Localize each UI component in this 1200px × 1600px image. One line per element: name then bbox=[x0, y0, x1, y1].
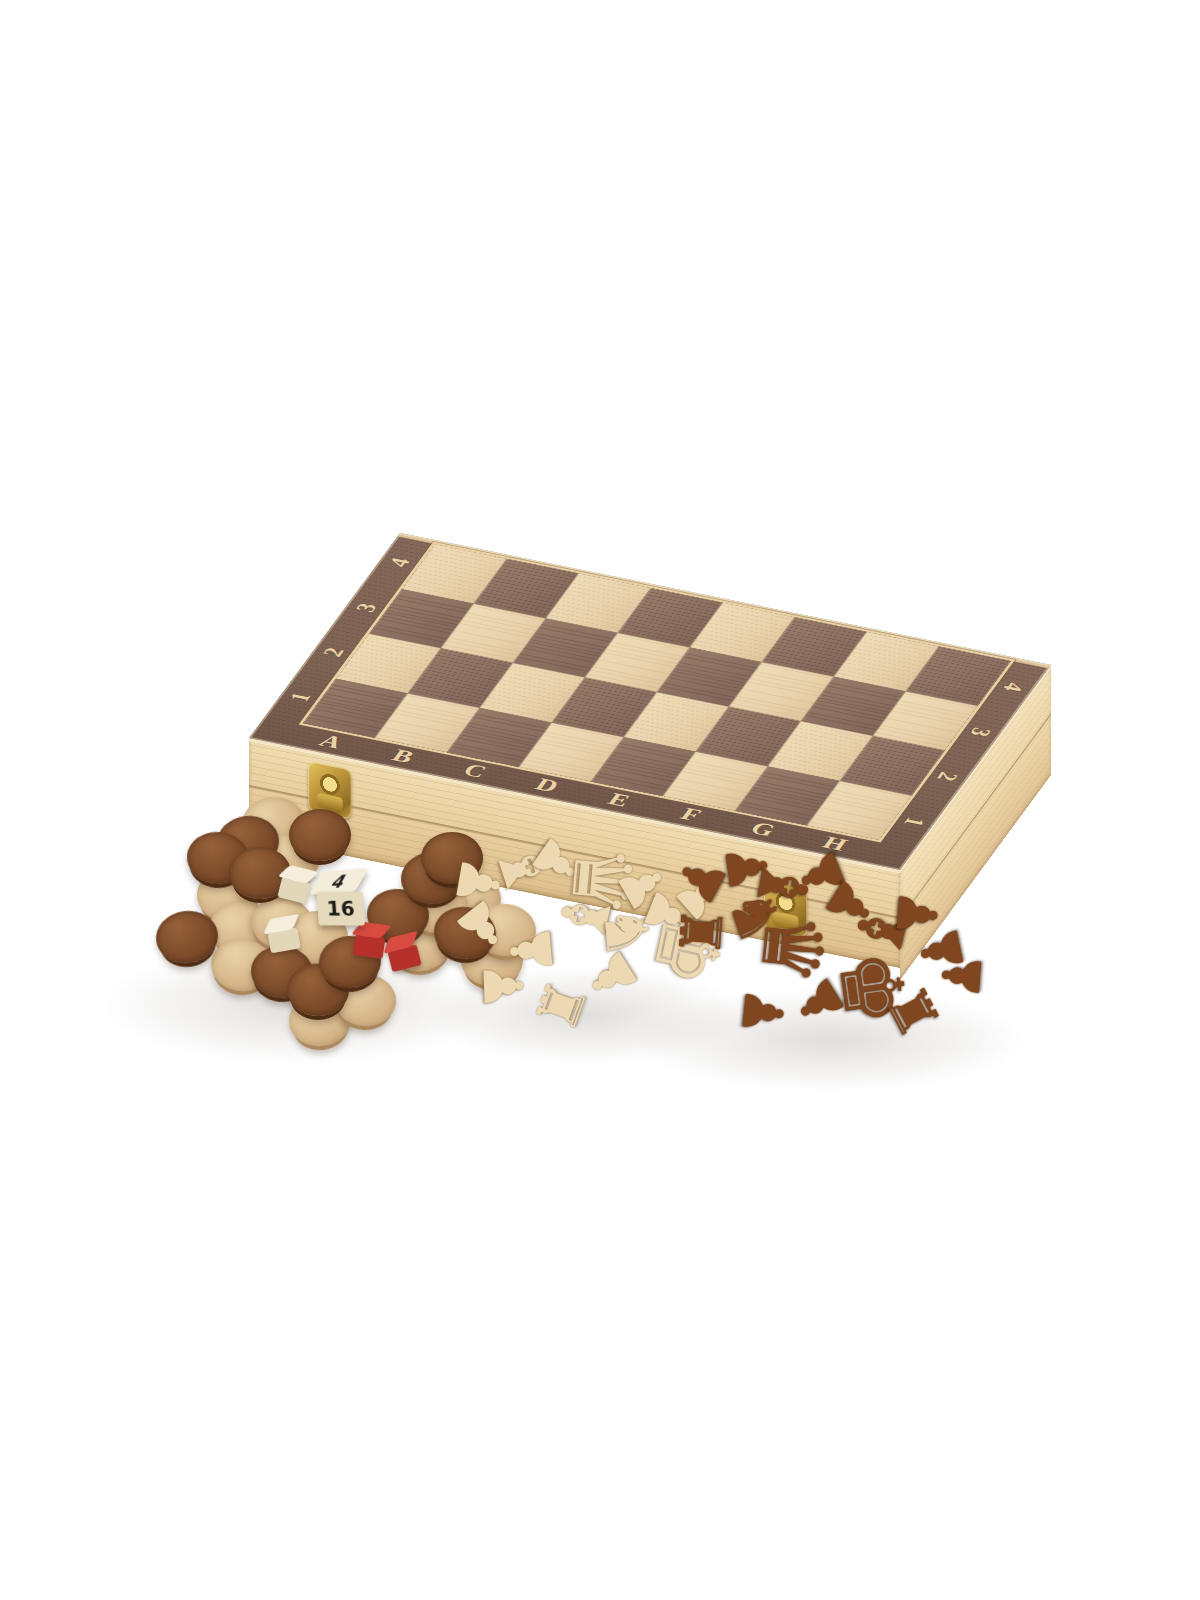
rank-label-left-2: 2 bbox=[317, 646, 350, 659]
file-label-e: E bbox=[603, 789, 634, 811]
product-photo-scene: ABCDEFGH43214321 416♟♝♟♛♟♝♟♟♞♟♜♟♟♚♟♟♟♝♟♞… bbox=[0, 0, 1200, 1600]
rank-label-left-3: 3 bbox=[350, 601, 383, 614]
rank-label-right-3: 3 bbox=[964, 725, 997, 738]
dark-chess-piece: ♟ bbox=[733, 985, 792, 1039]
dark-checker-piece bbox=[289, 809, 351, 861]
rank-label-right-1: 1 bbox=[898, 815, 931, 828]
file-label-d: D bbox=[530, 775, 563, 797]
file-label-b: B bbox=[387, 745, 418, 767]
rank-label-right-2: 2 bbox=[931, 770, 964, 783]
dark-chess-piece: ♜ bbox=[672, 905, 731, 959]
red-die bbox=[353, 921, 387, 959]
doubling-cube-front-face: 16 bbox=[316, 892, 364, 926]
file-label-g: G bbox=[746, 818, 780, 840]
light-chess-piece: ♟ bbox=[474, 961, 530, 1011]
rank-label-left-4: 4 bbox=[383, 556, 416, 569]
rank-label-left-1: 1 bbox=[284, 691, 317, 704]
white-die bbox=[265, 915, 300, 954]
doubling-cube: 416 bbox=[315, 869, 365, 927]
file-label-a: A bbox=[314, 731, 347, 753]
dark-chess-piece: ♟ bbox=[934, 951, 989, 1001]
rank-label-right-4: 4 bbox=[997, 681, 1030, 694]
file-label-f: F bbox=[676, 804, 706, 825]
file-label-c: C bbox=[458, 760, 491, 782]
white-die bbox=[277, 864, 314, 904]
